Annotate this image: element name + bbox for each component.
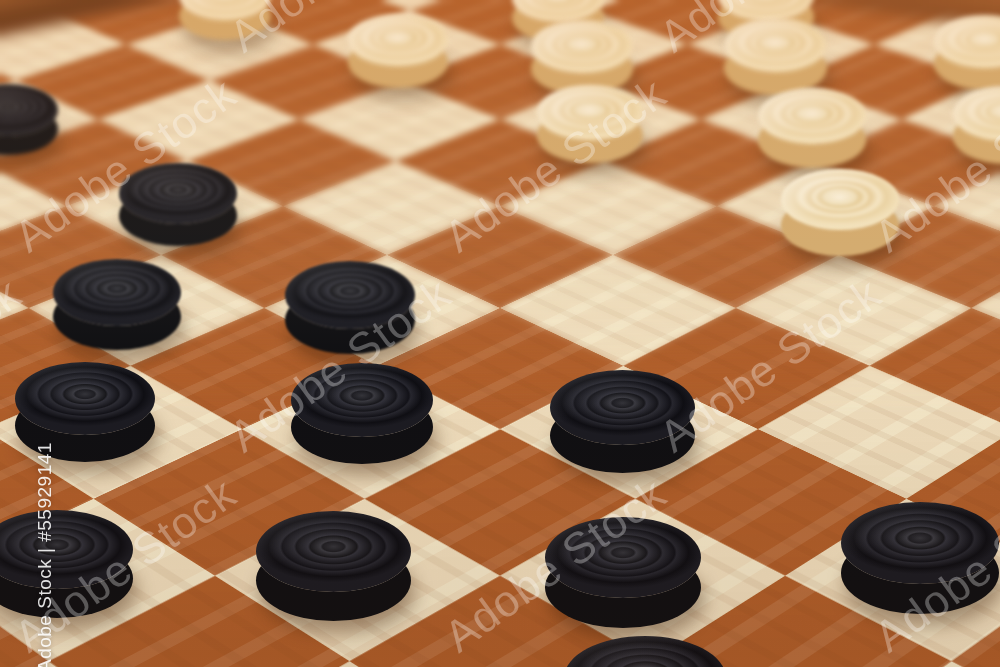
- checker-piece-black[interactable]: [545, 517, 701, 598]
- checker-piece-white[interactable]: [348, 14, 448, 66]
- checker-piece-white[interactable]: [531, 20, 633, 73]
- checker-piece-black[interactable]: [53, 259, 181, 326]
- checker-piece-black[interactable]: [256, 511, 411, 592]
- checker-piece-black[interactable]: [841, 502, 999, 584]
- checker-piece-white[interactable]: [953, 86, 1000, 141]
- checker-piece-white[interactable]: [758, 88, 866, 144]
- checker-piece-black[interactable]: [285, 261, 415, 329]
- checker-piece-black[interactable]: [15, 362, 155, 435]
- checker-piece-white[interactable]: [512, 0, 604, 22]
- checker-piece-white[interactable]: [537, 85, 643, 140]
- checker-piece-white[interactable]: [781, 169, 899, 230]
- checker-piece-white[interactable]: [179, 0, 271, 20]
- checker-piece-white[interactable]: [724, 18, 827, 72]
- checker-piece-black[interactable]: [564, 636, 726, 667]
- checker-piece-black[interactable]: [291, 363, 433, 437]
- pieces-layer: [0, 0, 1000, 667]
- checkers-photo: Adobe StockAdobe StockAdobe StockAdobe S…: [0, 0, 1000, 667]
- checker-piece-black[interactable]: [119, 163, 237, 224]
- checker-piece-black[interactable]: [0, 510, 133, 589]
- checker-piece-black[interactable]: [0, 84, 58, 136]
- checker-piece-black[interactable]: [550, 370, 695, 445]
- checker-piece-white[interactable]: [934, 15, 1000, 68]
